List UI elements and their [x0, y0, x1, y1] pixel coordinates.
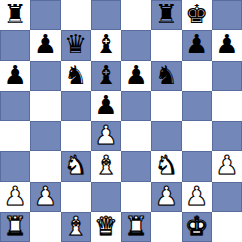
- square-c6[interactable]: ♞: [61, 61, 91, 91]
- piece-black-knight[interactable]: ♞: [64, 60, 87, 90]
- square-b5[interactable]: [30, 91, 60, 121]
- square-c1[interactable]: ♝: [61, 212, 91, 242]
- square-g2[interactable]: ♟: [182, 182, 212, 212]
- square-b7[interactable]: ♟: [30, 30, 60, 60]
- square-c5[interactable]: [61, 91, 91, 121]
- square-a2[interactable]: ♟: [0, 182, 30, 212]
- square-g5[interactable]: [182, 91, 212, 121]
- piece-white-rook[interactable]: ♜: [3, 211, 26, 241]
- square-h5[interactable]: [212, 91, 242, 121]
- piece-white-queen[interactable]: ♛: [94, 211, 117, 241]
- square-f5[interactable]: [151, 91, 181, 121]
- square-a6[interactable]: ♟: [0, 61, 30, 91]
- square-a8[interactable]: ♜: [0, 0, 30, 30]
- square-b2[interactable]: ♟: [30, 182, 60, 212]
- piece-white-knight[interactable]: ♞: [64, 150, 87, 180]
- piece-white-pawn[interactable]: ♟: [185, 181, 208, 211]
- square-e7[interactable]: [121, 30, 151, 60]
- piece-black-queen[interactable]: ♛: [64, 29, 87, 59]
- piece-black-pawn[interactable]: ♟: [124, 60, 147, 90]
- square-d1[interactable]: ♛: [91, 212, 121, 242]
- piece-white-bishop[interactable]: ♝: [94, 150, 117, 180]
- square-f4[interactable]: [151, 121, 181, 151]
- piece-white-rook[interactable]: ♜: [124, 211, 147, 241]
- square-e6[interactable]: ♟: [121, 61, 151, 91]
- square-e1[interactable]: ♜: [121, 212, 151, 242]
- square-a3[interactable]: [0, 151, 30, 181]
- square-e3[interactable]: [121, 151, 151, 181]
- square-e2[interactable]: [121, 182, 151, 212]
- square-f7[interactable]: [151, 30, 181, 60]
- piece-black-pawn[interactable]: ♟: [215, 29, 238, 59]
- square-b6[interactable]: [30, 61, 60, 91]
- piece-black-pawn[interactable]: ♟: [3, 60, 26, 90]
- square-h2[interactable]: [212, 182, 242, 212]
- square-f2[interactable]: ♟: [151, 182, 181, 212]
- square-c3[interactable]: ♞: [61, 151, 91, 181]
- piece-black-pawn[interactable]: ♟: [94, 90, 117, 120]
- square-e8[interactable]: [121, 0, 151, 30]
- piece-black-pawn[interactable]: ♟: [34, 29, 57, 59]
- square-f8[interactable]: ♜: [151, 0, 181, 30]
- piece-white-pawn[interactable]: ♟: [215, 150, 238, 180]
- square-h6[interactable]: [212, 61, 242, 91]
- square-d2[interactable]: [91, 182, 121, 212]
- square-e4[interactable]: [121, 121, 151, 151]
- square-h3[interactable]: ♟: [212, 151, 242, 181]
- square-b4[interactable]: [30, 121, 60, 151]
- piece-white-king[interactable]: ♚: [185, 211, 208, 241]
- square-d4[interactable]: ♟: [91, 121, 121, 151]
- square-f1[interactable]: [151, 212, 181, 242]
- square-e5[interactable]: [121, 91, 151, 121]
- square-c2[interactable]: [61, 182, 91, 212]
- square-d8[interactable]: [91, 0, 121, 30]
- square-f3[interactable]: ♞: [151, 151, 181, 181]
- square-c8[interactable]: [61, 0, 91, 30]
- square-g6[interactable]: [182, 61, 212, 91]
- square-d7[interactable]: ♝: [91, 30, 121, 60]
- piece-black-knight[interactable]: ♞: [155, 60, 178, 90]
- piece-white-pawn[interactable]: ♟: [3, 181, 26, 211]
- piece-white-pawn[interactable]: ♟: [34, 181, 57, 211]
- piece-black-rook[interactable]: ♜: [3, 0, 26, 29]
- piece-white-pawn[interactable]: ♟: [94, 120, 117, 150]
- square-f6[interactable]: ♞: [151, 61, 181, 91]
- square-h8[interactable]: [212, 0, 242, 30]
- piece-black-king[interactable]: ♚: [185, 0, 208, 29]
- piece-black-pawn[interactable]: ♟: [185, 29, 208, 59]
- square-c7[interactable]: ♛: [61, 30, 91, 60]
- chess-board: ♜♜♚♟♛♝♟♟♟♞♝♟♞♟♟♞♝♞♟♟♟♟♟♜♝♛♜♚: [0, 0, 242, 242]
- square-a7[interactable]: [0, 30, 30, 60]
- piece-black-bishop[interactable]: ♝: [94, 29, 117, 59]
- square-a4[interactable]: [0, 121, 30, 151]
- square-g3[interactable]: [182, 151, 212, 181]
- square-c4[interactable]: [61, 121, 91, 151]
- square-h7[interactable]: ♟: [212, 30, 242, 60]
- square-d5[interactable]: ♟: [91, 91, 121, 121]
- square-a5[interactable]: [0, 91, 30, 121]
- square-b1[interactable]: [30, 212, 60, 242]
- square-g1[interactable]: ♚: [182, 212, 212, 242]
- piece-black-bishop[interactable]: ♝: [94, 60, 117, 90]
- piece-white-pawn[interactable]: ♟: [155, 181, 178, 211]
- square-g8[interactable]: ♚: [182, 0, 212, 30]
- square-h1[interactable]: [212, 212, 242, 242]
- square-h4[interactable]: [212, 121, 242, 151]
- piece-white-knight[interactable]: ♞: [155, 150, 178, 180]
- square-g7[interactable]: ♟: [182, 30, 212, 60]
- square-d3[interactable]: ♝: [91, 151, 121, 181]
- square-g4[interactable]: [182, 121, 212, 151]
- piece-white-bishop[interactable]: ♝: [64, 211, 87, 241]
- square-d6[interactable]: ♝: [91, 61, 121, 91]
- square-b3[interactable]: [30, 151, 60, 181]
- square-b8[interactable]: [30, 0, 60, 30]
- square-a1[interactable]: ♜: [0, 212, 30, 242]
- piece-black-rook[interactable]: ♜: [155, 0, 178, 29]
